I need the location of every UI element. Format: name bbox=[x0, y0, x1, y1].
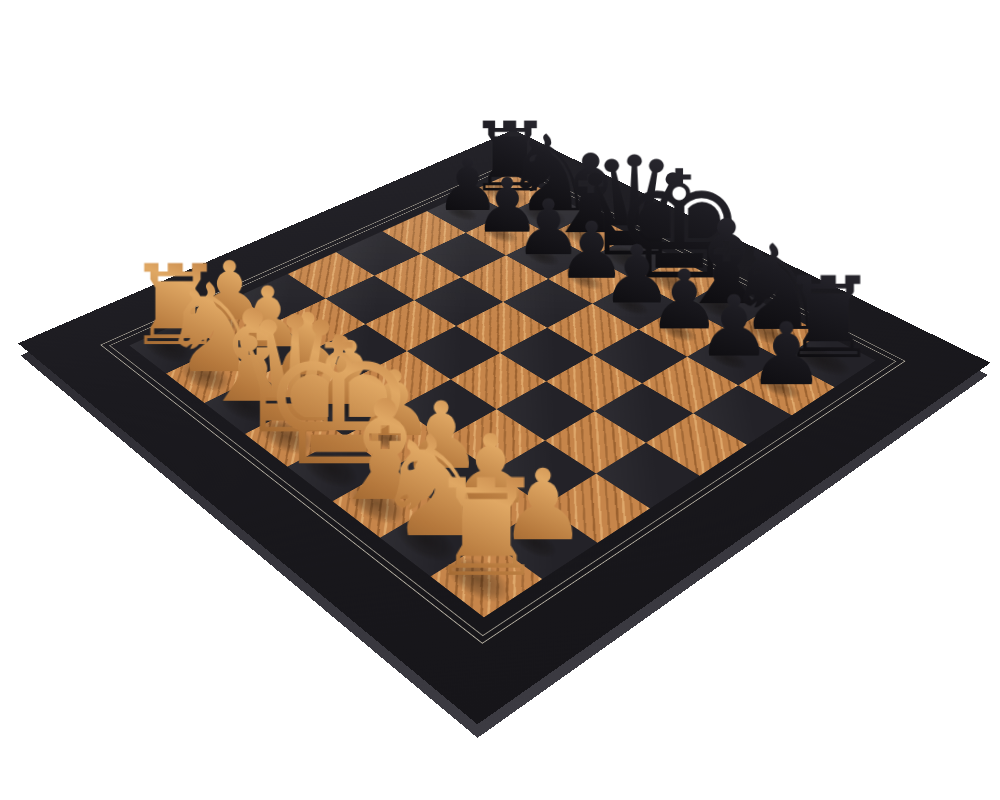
chess-set-photo: ♜♞♝♛♚♝♞♜♟♟♟♟♟♟♟♟♟♟♟♟♟♟♟♟♜♞♝♛♚♝♞♜ bbox=[0, 0, 1000, 800]
chess-board: ♜♞♝♛♚♝♞♜♟♟♟♟♟♟♟♟♟♟♟♟♟♟♟♟♜♞♝♛♚♝♞♜ bbox=[18, 130, 990, 725]
pieces-layer: ♜♞♝♛♚♝♞♜♟♟♟♟♟♟♟♟♟♟♟♟♟♟♟♟♜♞♝♛♚♝♞♜ bbox=[129, 173, 875, 617]
pawn-glyph: ♟ bbox=[663, 311, 910, 397]
rook-glyph: ♜ bbox=[342, 461, 630, 595]
